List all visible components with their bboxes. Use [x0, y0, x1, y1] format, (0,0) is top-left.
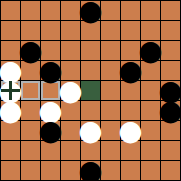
cell-i1[interactable]: [161, 161, 181, 181]
cell-g9[interactable]: [121, 1, 141, 21]
defender-stone[interactable]: ●: [1, 101, 20, 120]
cell-e7[interactable]: [81, 41, 101, 61]
attacker-stone[interactable]: ●: [81, 161, 100, 180]
attacker-stone[interactable]: ●: [81, 1, 100, 20]
attacker-stone[interactable]: ●: [161, 101, 180, 120]
cell-c1[interactable]: [41, 161, 61, 181]
cell-c8[interactable]: [41, 21, 61, 41]
game-window: ●●●●●●●●●●●●●●●●: [0, 0, 181, 181]
cell-i2[interactable]: [161, 141, 181, 161]
attacker-stone[interactable]: ●: [121, 61, 140, 80]
cell-g6[interactable]: ●: [121, 61, 141, 81]
cell-f8[interactable]: [101, 21, 121, 41]
cell-b1[interactable]: [21, 161, 41, 181]
cell-i4[interactable]: ●: [161, 101, 181, 121]
cell-a1[interactable]: [1, 161, 21, 181]
cell-a4[interactable]: ●: [1, 101, 21, 121]
cell-i7[interactable]: [161, 41, 181, 61]
attacker-stone[interactable]: ●: [41, 121, 60, 140]
cell-h2[interactable]: [141, 141, 161, 161]
cell-i9[interactable]: [161, 1, 181, 21]
cell-h7[interactable]: ●: [141, 41, 161, 61]
cell-d5[interactable]: ●: [61, 81, 81, 101]
king-cross-icon: [1, 89, 20, 92]
cell-h9[interactable]: [141, 1, 161, 21]
cell-e6[interactable]: [81, 61, 101, 81]
cell-a9[interactable]: [1, 1, 21, 21]
cell-a2[interactable]: [1, 141, 21, 161]
cell-e1[interactable]: ●: [81, 161, 101, 181]
defender-stone[interactable]: ●: [81, 121, 100, 140]
cell-e9[interactable]: ●: [81, 1, 101, 21]
tablut-board: ●●●●●●●●●●●●●●●●: [0, 0, 181, 181]
defender-stone[interactable]: ●: [121, 121, 140, 140]
cell-c9[interactable]: [41, 1, 61, 21]
cell-c3[interactable]: ●: [41, 121, 61, 141]
cell-b9[interactable]: [21, 1, 41, 21]
throne-cell-e5[interactable]: [81, 81, 101, 101]
cell-g3[interactable]: ●: [121, 121, 141, 141]
cell-i8[interactable]: [161, 21, 181, 41]
defender-stone[interactable]: ●: [61, 81, 80, 100]
attacker-stone[interactable]: ●: [41, 61, 60, 80]
cell-f1[interactable]: [101, 161, 121, 181]
attacker-stone[interactable]: ●: [21, 41, 40, 60]
cell-e3[interactable]: ●: [81, 121, 101, 141]
cell-h1[interactable]: [141, 161, 161, 181]
cell-g1[interactable]: [121, 161, 141, 181]
attacker-stone[interactable]: ●: [141, 41, 160, 60]
cell-d7[interactable]: [61, 41, 81, 61]
cell-f9[interactable]: [101, 1, 121, 21]
